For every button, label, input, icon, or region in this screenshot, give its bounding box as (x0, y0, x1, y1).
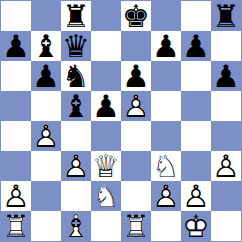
piece-white-pawn-icon[interactable]: ♟♙ (1, 181, 31, 211)
white-rook-glyph-fill: ♜ (1, 211, 31, 241)
square-d3[interactable]: ♛♕ (91, 151, 121, 181)
white-pawn-glyph-outline: ♙ (151, 181, 181, 211)
black-rook-glyph-fill: ♜ (61, 1, 91, 31)
piece-black-pawn-icon[interactable]: ♟ (211, 61, 241, 91)
piece-white-bishop-icon[interactable]: ♝♗ (61, 211, 91, 241)
square-d1[interactable] (91, 211, 121, 241)
square-e2[interactable] (121, 181, 151, 211)
piece-black-pawn-icon[interactable]: ♟ (31, 61, 61, 91)
square-h5[interactable] (211, 91, 241, 121)
white-pawn-glyph-fill: ♟ (31, 121, 61, 151)
square-c4[interactable] (61, 121, 91, 151)
square-c2[interactable] (61, 181, 91, 211)
black-bishop-glyph-fill: ♝ (61, 91, 91, 121)
square-d6[interactable] (91, 61, 121, 91)
white-pawn-glyph-fill: ♟ (181, 181, 211, 211)
black-pawn-glyph-fill: ♟ (31, 61, 61, 91)
chess-board-screenshot: ♜♚♜♟♝♛♟♟♟♞♟♟♝♟♟♙♟♙♟♙♛♕♞♘♟♙♟♙♞♘♟♙♟♙♜♖♝♗♜♖… (0, 0, 242, 242)
square-b1[interactable] (31, 211, 61, 241)
square-e8[interactable]: ♚ (121, 1, 151, 31)
black-pawn-glyph-fill: ♟ (181, 31, 211, 61)
square-e7[interactable] (121, 31, 151, 61)
square-a4[interactable] (1, 121, 31, 151)
white-pawn-glyph-outline: ♙ (211, 151, 241, 181)
white-bishop-glyph-outline: ♗ (61, 211, 91, 241)
black-pawn-glyph-fill: ♟ (1, 31, 31, 61)
piece-white-pawn-icon[interactable]: ♟♙ (61, 151, 91, 181)
piece-white-pawn-icon[interactable]: ♟♙ (151, 181, 181, 211)
piece-white-knight-icon[interactable]: ♞♘ (151, 151, 181, 181)
square-h3[interactable]: ♟♙ (211, 151, 241, 181)
white-queen-glyph-outline: ♕ (91, 151, 121, 181)
white-pawn-glyph-outline: ♙ (1, 181, 31, 211)
white-queen-glyph-fill: ♛ (91, 151, 121, 181)
white-pawn-glyph-fill: ♟ (151, 181, 181, 211)
square-h8[interactable]: ♜ (211, 1, 241, 31)
white-bishop-glyph-fill: ♝ (61, 211, 91, 241)
square-h7[interactable] (211, 31, 241, 61)
square-b7[interactable]: ♝ (31, 31, 61, 61)
square-g8[interactable] (181, 1, 211, 31)
square-h6[interactable]: ♟ (211, 61, 241, 91)
square-e4[interactable] (121, 121, 151, 151)
square-g2[interactable]: ♟♙ (181, 181, 211, 211)
piece-black-bishop-icon[interactable]: ♝ (31, 31, 61, 61)
square-e6[interactable]: ♟ (121, 61, 151, 91)
piece-white-pawn-icon[interactable]: ♟♙ (211, 151, 241, 181)
white-pawn-glyph-fill: ♟ (121, 91, 151, 121)
square-a5[interactable] (1, 91, 31, 121)
black-pawn-glyph-fill: ♟ (211, 61, 241, 91)
piece-white-rook-icon[interactable]: ♜♖ (121, 211, 151, 241)
square-a7[interactable]: ♟ (1, 31, 31, 61)
piece-black-knight-icon[interactable]: ♞ (61, 61, 91, 91)
square-e1[interactable]: ♜♖ (121, 211, 151, 241)
square-a8[interactable] (1, 1, 31, 31)
square-b8[interactable] (31, 1, 61, 31)
white-pawn-glyph-fill: ♟ (1, 181, 31, 211)
white-king-glyph-outline: ♔ (181, 211, 211, 241)
square-d2[interactable]: ♞♘ (91, 181, 121, 211)
white-pawn-glyph-fill: ♟ (61, 151, 91, 181)
white-rook-glyph-outline: ♖ (1, 211, 31, 241)
square-c7[interactable]: ♛ (61, 31, 91, 61)
white-pawn-glyph-outline: ♙ (31, 121, 61, 151)
square-c3[interactable]: ♟♙ (61, 151, 91, 181)
square-e3[interactable] (121, 151, 151, 181)
square-g7[interactable]: ♟ (181, 31, 211, 61)
square-h2[interactable] (211, 181, 241, 211)
white-knight-glyph-fill: ♞ (91, 181, 121, 211)
square-g1[interactable]: ♚♔ (181, 211, 211, 241)
piece-black-king-icon[interactable]: ♚ (121, 1, 151, 31)
square-b6[interactable]: ♟ (31, 61, 61, 91)
square-g3[interactable] (181, 151, 211, 181)
piece-white-rook-icon[interactable]: ♜♖ (1, 211, 31, 241)
square-b4[interactable]: ♟♙ (31, 121, 61, 151)
white-king-glyph-fill: ♚ (181, 211, 211, 241)
square-b3[interactable] (31, 151, 61, 181)
square-c1[interactable]: ♝♗ (61, 211, 91, 241)
white-pawn-glyph-outline: ♙ (61, 151, 91, 181)
square-h1[interactable] (211, 211, 241, 241)
square-a2[interactable]: ♟♙ (1, 181, 31, 211)
chess-board: ♜♚♜♟♝♛♟♟♟♞♟♟♝♟♟♙♟♙♟♙♛♕♞♘♟♙♟♙♞♘♟♙♟♙♜♖♝♗♜♖… (0, 0, 242, 242)
piece-black-rook-icon[interactable]: ♜ (61, 1, 91, 31)
square-f7[interactable]: ♟ (151, 31, 181, 61)
square-d7[interactable] (91, 31, 121, 61)
square-c6[interactable]: ♞ (61, 61, 91, 91)
black-queen-glyph-fill: ♛ (61, 31, 91, 61)
piece-white-pawn-icon[interactable]: ♟♙ (121, 91, 151, 121)
square-d5[interactable]: ♟ (91, 91, 121, 121)
square-g5[interactable] (181, 91, 211, 121)
square-d4[interactable] (91, 121, 121, 151)
square-f6[interactable] (151, 61, 181, 91)
square-b2[interactable] (31, 181, 61, 211)
square-f5[interactable] (151, 91, 181, 121)
square-a1[interactable]: ♜♖ (1, 211, 31, 241)
black-bishop-glyph-fill: ♝ (31, 31, 61, 61)
white-rook-glyph-outline: ♖ (121, 211, 151, 241)
black-pawn-glyph-fill: ♟ (151, 31, 181, 61)
piece-black-pawn-icon[interactable]: ♟ (121, 61, 151, 91)
square-f2[interactable]: ♟♙ (151, 181, 181, 211)
white-knight-glyph-outline: ♘ (151, 151, 181, 181)
piece-white-pawn-icon[interactable]: ♟♙ (31, 121, 61, 151)
white-knight-glyph-outline: ♘ (91, 181, 121, 211)
black-pawn-glyph-fill: ♟ (121, 61, 151, 91)
square-a3[interactable] (1, 151, 31, 181)
square-c5[interactable]: ♝ (61, 91, 91, 121)
square-f4[interactable] (151, 121, 181, 151)
square-g4[interactable] (181, 121, 211, 151)
piece-white-queen-icon[interactable]: ♛♕ (91, 151, 121, 181)
white-pawn-glyph-outline: ♙ (121, 91, 151, 121)
piece-black-bishop-icon[interactable]: ♝ (61, 91, 91, 121)
white-rook-glyph-fill: ♜ (121, 211, 151, 241)
black-rook-glyph-fill: ♜ (211, 1, 241, 31)
square-c8[interactable]: ♜ (61, 1, 91, 31)
square-g6[interactable] (181, 61, 211, 91)
square-b5[interactable] (31, 91, 61, 121)
black-knight-glyph-fill: ♞ (61, 61, 91, 91)
square-f1[interactable] (151, 211, 181, 241)
square-h4[interactable] (211, 121, 241, 151)
square-f3[interactable]: ♞♘ (151, 151, 181, 181)
white-knight-glyph-fill: ♞ (151, 151, 181, 181)
white-pawn-glyph-outline: ♙ (181, 181, 211, 211)
piece-black-queen-icon[interactable]: ♛ (61, 31, 91, 61)
piece-black-pawn-icon[interactable]: ♟ (151, 31, 181, 61)
piece-black-pawn-icon[interactable]: ♟ (1, 31, 31, 61)
piece-black-rook-icon[interactable]: ♜ (211, 1, 241, 31)
black-pawn-glyph-fill: ♟ (91, 91, 121, 121)
black-king-glyph-fill: ♚ (121, 1, 151, 31)
white-pawn-glyph-fill: ♟ (211, 151, 241, 181)
piece-white-king-icon[interactable]: ♚♔ (181, 211, 211, 241)
square-f8[interactable] (151, 1, 181, 31)
square-e5[interactable]: ♟♙ (121, 91, 151, 121)
piece-black-pawn-icon[interactable]: ♟ (181, 31, 211, 61)
piece-white-knight-icon[interactable]: ♞♘ (91, 181, 121, 211)
piece-white-pawn-icon[interactable]: ♟♙ (181, 181, 211, 211)
square-d8[interactable] (91, 1, 121, 31)
piece-black-pawn-icon[interactable]: ♟ (91, 91, 121, 121)
square-a6[interactable] (1, 61, 31, 91)
